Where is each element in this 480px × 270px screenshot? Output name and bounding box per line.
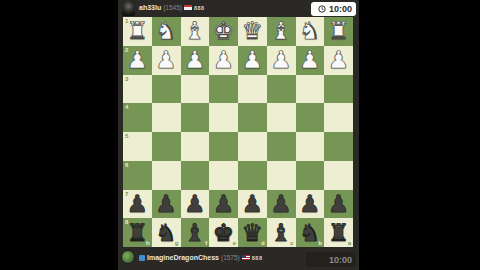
board-square[interactable]: ♞: [152, 17, 181, 46]
board-square[interactable]: [238, 161, 267, 190]
board-square[interactable]: [152, 103, 181, 132]
chess-piece-bP[interactable]: ♟: [123, 190, 152, 219]
board-square[interactable]: ♟: [152, 190, 181, 219]
board-square[interactable]: 3: [123, 75, 152, 104]
chess-piece-bK[interactable]: ♚: [209, 218, 238, 247]
board-square[interactable]: ♟: [267, 46, 296, 75]
chess-piece-bP[interactable]: ♟: [296, 190, 325, 219]
board-square[interactable]: ♟: [238, 190, 267, 219]
board-square[interactable]: [209, 132, 238, 161]
board-square[interactable]: ♝: [181, 17, 210, 46]
board-square[interactable]: ♛: [238, 17, 267, 46]
board-square[interactable]: [238, 103, 267, 132]
rank-label: 5: [125, 133, 128, 139]
board-square[interactable]: [324, 75, 353, 104]
chess-piece-bP[interactable]: ♟: [324, 190, 353, 219]
board-square[interactable]: ♟: [238, 46, 267, 75]
board-square[interactable]: ♞: [296, 17, 325, 46]
board-square[interactable]: [296, 75, 325, 104]
board-square[interactable]: ♟: [152, 46, 181, 75]
board-square[interactable]: [209, 103, 238, 132]
bottom-clock-time: 10:00: [329, 255, 352, 265]
board-square[interactable]: [267, 103, 296, 132]
chess-board[interactable]: 1♜♞♝♚♛♝♞♜2♟♟♟♟♟♟♟♟34567♟♟♟♟♟♟♟♟8h♜g♞f♝e♚…: [123, 17, 353, 247]
board-square[interactable]: 1♜: [123, 17, 152, 46]
top-player-flair-text: 888: [194, 5, 205, 11]
board-square[interactable]: [296, 132, 325, 161]
board-square[interactable]: d♛: [238, 218, 267, 247]
top-player-flag-icon: [184, 5, 192, 10]
board-square[interactable]: ♟: [209, 46, 238, 75]
bottom-player-bar: ImagineDragonChess (1575) 888 10:00: [118, 247, 359, 270]
board-square[interactable]: ♟: [324, 190, 353, 219]
board-square[interactable]: ♟: [181, 46, 210, 75]
bottom-player-flair-text: 888: [252, 255, 263, 261]
board-square[interactable]: ♟: [209, 190, 238, 219]
chess-app-window: ah33lu (1545) 888 10:00 1♜♞♝♚♛♝♞♜2♟♟♟♟♟♟…: [118, 0, 359, 270]
board-square[interactable]: 5: [123, 132, 152, 161]
board-square[interactable]: [324, 161, 353, 190]
board-square[interactable]: ♝: [267, 17, 296, 46]
board-square[interactable]: [209, 161, 238, 190]
chess-piece-bR[interactable]: ♜: [123, 218, 152, 247]
board-square[interactable]: g♞: [152, 218, 181, 247]
bottom-player-flag-icon: [242, 255, 250, 260]
chess-piece-wB[interactable]: ♝: [181, 17, 210, 46]
chess-piece-bN[interactable]: ♞: [152, 218, 181, 247]
chess-piece-wQ[interactable]: ♛: [238, 17, 267, 46]
chess-piece-bB[interactable]: ♝: [181, 218, 210, 247]
top-player-bar: ah33lu (1545) 888 10:00: [118, 0, 359, 17]
chess-piece-wK[interactable]: ♚: [209, 17, 238, 46]
board-square[interactable]: [152, 161, 181, 190]
chess-piece-wN[interactable]: ♞: [296, 17, 325, 46]
chess-piece-wN[interactable]: ♞: [152, 17, 181, 46]
board-square[interactable]: [238, 75, 267, 104]
board-square[interactable]: ♟: [181, 190, 210, 219]
chess-piece-bP[interactable]: ♟: [152, 190, 181, 219]
top-player-clock: 10:00: [311, 2, 356, 16]
chess-piece-wR[interactable]: ♜: [324, 17, 353, 46]
chess-piece-wP[interactable]: ♟: [296, 46, 325, 75]
rank-label: 4: [125, 104, 128, 110]
clock-icon: [318, 5, 326, 13]
board-square[interactable]: [238, 132, 267, 161]
chess-piece-wP[interactable]: ♟: [123, 46, 152, 75]
board-square[interactable]: ♚: [209, 17, 238, 46]
rank-label: 3: [125, 76, 128, 82]
chess-piece-wP[interactable]: ♟: [238, 46, 267, 75]
board-square[interactable]: [296, 161, 325, 190]
bottom-player-clock: 10:00: [306, 252, 356, 267]
board-square[interactable]: 7♟: [123, 190, 152, 219]
chess-piece-wP[interactable]: ♟: [324, 46, 353, 75]
top-player-username[interactable]: ah33lu: [139, 4, 161, 11]
board-square[interactable]: [267, 75, 296, 104]
board-square[interactable]: 2♟: [123, 46, 152, 75]
rank-label: 6: [125, 162, 128, 168]
top-player-avatar[interactable]: [122, 1, 135, 16]
board-square[interactable]: [181, 132, 210, 161]
board-square[interactable]: a♜: [324, 218, 353, 247]
board-square[interactable]: [324, 132, 353, 161]
board-square[interactable]: ♟: [324, 46, 353, 75]
board-square[interactable]: [296, 103, 325, 132]
board-square[interactable]: [267, 132, 296, 161]
board-square[interactable]: [181, 75, 210, 104]
chess-piece-wP[interactable]: ♟: [181, 46, 210, 75]
top-player-name-row[interactable]: ah33lu (1545) 888: [139, 4, 205, 11]
board-square[interactable]: 8h♜: [123, 218, 152, 247]
chess-piece-wR[interactable]: ♜: [123, 17, 152, 46]
board-square[interactable]: b♞: [296, 218, 325, 247]
chess-piece-bP[interactable]: ♟: [209, 190, 238, 219]
top-clock-time: 10:00: [329, 4, 352, 14]
board-square[interactable]: ♟: [296, 190, 325, 219]
board-square[interactable]: 6: [123, 161, 152, 190]
bottom-player-avatar[interactable]: [121, 250, 135, 264]
board-square[interactable]: ♜: [324, 17, 353, 46]
chess-piece-bB[interactable]: ♝: [267, 218, 296, 247]
board-square[interactable]: [152, 132, 181, 161]
chess-piece-bP[interactable]: ♟: [238, 190, 267, 219]
bottom-player-badge-icon: [139, 255, 145, 261]
chess-piece-bR[interactable]: ♜: [324, 218, 353, 247]
board-square[interactable]: [181, 103, 210, 132]
board-square[interactable]: [209, 75, 238, 104]
chess-piece-wP[interactable]: ♟: [267, 46, 296, 75]
board-square[interactable]: e♚: [209, 218, 238, 247]
board-square[interactable]: [152, 75, 181, 104]
bottom-player-name-row[interactable]: ImagineDragonChess (1575) 888: [139, 254, 262, 261]
top-player-rating: (1545): [163, 4, 182, 11]
board-square[interactable]: [324, 103, 353, 132]
board-square[interactable]: c♝: [267, 218, 296, 247]
chess-piece-wP[interactable]: ♟: [209, 46, 238, 75]
board-square[interactable]: ♟: [267, 190, 296, 219]
board-square[interactable]: [267, 161, 296, 190]
chess-piece-bQ[interactable]: ♛: [238, 218, 267, 247]
board-square[interactable]: ♟: [296, 46, 325, 75]
chess-piece-bN[interactable]: ♞: [296, 218, 325, 247]
chess-piece-bP[interactable]: ♟: [181, 190, 210, 219]
chess-piece-bP[interactable]: ♟: [267, 190, 296, 219]
chess-piece-wB[interactable]: ♝: [267, 17, 296, 46]
board-square[interactable]: 4: [123, 103, 152, 132]
board-square[interactable]: f♝: [181, 218, 210, 247]
bottom-player-username[interactable]: ImagineDragonChess: [147, 254, 219, 261]
board-square[interactable]: [181, 161, 210, 190]
chess-piece-wP[interactable]: ♟: [152, 46, 181, 75]
bottom-player-rating: (1575): [221, 254, 240, 261]
